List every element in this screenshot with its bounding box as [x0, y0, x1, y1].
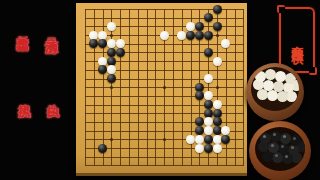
black-stone — [195, 22, 204, 31]
black-stone — [204, 144, 213, 153]
black-stone — [204, 48, 213, 57]
black-stone — [98, 65, 107, 74]
channel-seal-text: 弈秋围棋 — [289, 36, 306, 44]
black-stone — [204, 13, 213, 22]
black-stone — [89, 39, 98, 48]
black-stone — [195, 83, 204, 92]
black-stone — [204, 135, 213, 144]
star-point — [216, 86, 219, 89]
black-stone — [204, 31, 213, 40]
white-stone — [89, 31, 98, 40]
white-stone — [107, 65, 116, 74]
star-point — [110, 138, 113, 141]
white-stone — [107, 22, 116, 31]
black-stone — [107, 74, 116, 83]
black-stone — [195, 91, 204, 100]
white-stone — [204, 117, 213, 126]
star-point — [216, 34, 219, 37]
thumbnail: 桥本昌二 执黑 吴清源 执白 弈秋围棋 — [0, 0, 320, 180]
white-stone — [186, 22, 195, 31]
star-point — [110, 86, 113, 89]
white-stone — [221, 39, 230, 48]
white-stone — [186, 135, 195, 144]
white-stone — [195, 135, 204, 144]
white-stone — [160, 31, 169, 40]
white-stone — [213, 144, 222, 153]
go-board — [76, 3, 247, 173]
white-stone — [204, 91, 213, 100]
white-stone — [213, 57, 222, 66]
black-stone — [195, 117, 204, 126]
white-stone — [107, 39, 116, 48]
black-player-role: 执黑 — [15, 93, 33, 97]
black-stone — [195, 126, 204, 135]
white-player-role: 执白 — [44, 93, 62, 97]
go-board-grid — [85, 9, 244, 166]
black-stone — [107, 48, 116, 57]
black-stone — [204, 109, 213, 118]
white-stone — [213, 100, 222, 109]
black-stones-gloss — [263, 135, 266, 138]
black-stone — [186, 31, 195, 40]
white-stone — [98, 57, 107, 66]
white-stone — [221, 126, 230, 135]
white-stones-bowl-opening — [251, 67, 299, 111]
black-stone — [116, 48, 125, 57]
black-stone — [213, 22, 222, 31]
black-stone — [213, 109, 222, 118]
black-stone — [221, 135, 230, 144]
star-point — [163, 86, 166, 89]
black-stone — [98, 39, 107, 48]
black-stone — [204, 100, 213, 109]
black-stones-bowl-opening — [255, 127, 305, 171]
white-stone — [204, 74, 213, 83]
black-stone — [107, 57, 116, 66]
channel-seal: 弈秋围棋 — [279, 7, 315, 73]
white-stone — [213, 135, 222, 144]
black-stone — [98, 144, 107, 153]
white-stone — [204, 126, 213, 135]
white-stone — [195, 144, 204, 153]
white-stone — [177, 31, 186, 40]
black-stones-bowl — [249, 121, 311, 180]
white-stones-bowl — [246, 63, 304, 121]
star-point — [110, 34, 113, 37]
black-stone — [213, 126, 222, 135]
black-stone — [213, 5, 222, 14]
star-point — [163, 138, 166, 141]
white-stones-pile — [255, 71, 266, 82]
black-player-name: 桥本昌二 — [13, 25, 31, 33]
black-stone — [195, 31, 204, 40]
white-player-name: 吴清源 — [42, 27, 60, 33]
black-stone — [213, 117, 222, 126]
white-stone — [116, 39, 125, 48]
white-stone — [98, 31, 107, 40]
